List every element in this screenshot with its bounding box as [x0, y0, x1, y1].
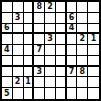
cell-r5c6[interactable]: [56, 45, 67, 56]
cell-r5c8[interactable]: [77, 45, 88, 56]
cell-r2c8[interactable]: [77, 13, 88, 24]
cell-r3c8[interactable]: [77, 24, 88, 35]
cell-r5c3[interactable]: [24, 45, 35, 56]
cell-r6c3[interactable]: [24, 56, 35, 67]
cell-r6c8[interactable]: [77, 56, 88, 67]
cell-r4c1[interactable]: [2, 34, 13, 45]
cell-r4c8[interactable]: 2: [77, 34, 88, 45]
cell-r2c9[interactable]: [88, 13, 99, 24]
sudoku-board: 82366432147378215: [0, 0, 101, 101]
cell-r2c4[interactable]: [34, 13, 45, 24]
cell-r5c1[interactable]: 4: [2, 45, 13, 56]
cell-r3c9[interactable]: [88, 24, 99, 35]
cell-r9c6[interactable]: [56, 88, 67, 99]
cell-r4c3[interactable]: [24, 34, 35, 45]
cell-r9c1[interactable]: 5: [2, 88, 13, 99]
cell-r6c5[interactable]: [45, 56, 56, 67]
cell-r3c1[interactable]: 6: [2, 24, 13, 35]
cell-r2c2[interactable]: 3: [13, 13, 24, 24]
cell-r2c7[interactable]: 6: [67, 13, 78, 24]
cell-r1c4[interactable]: 8: [34, 2, 45, 13]
cell-r7c4[interactable]: 3: [34, 67, 45, 78]
cell-r8c3[interactable]: 1: [24, 77, 35, 88]
cell-r9c5[interactable]: [45, 88, 56, 99]
cell-r1c6[interactable]: [56, 2, 67, 13]
cell-r5c7[interactable]: [67, 45, 78, 56]
cell-r1c5[interactable]: 2: [45, 2, 56, 13]
cell-r4c4[interactable]: [34, 34, 45, 45]
cell-r5c9[interactable]: [88, 45, 99, 56]
cell-r3c7[interactable]: 4: [67, 24, 78, 35]
cell-r2c3[interactable]: [24, 13, 35, 24]
cell-r7c1[interactable]: [2, 67, 13, 78]
cell-r8c8[interactable]: [77, 77, 88, 88]
cell-r6c9[interactable]: [88, 56, 99, 67]
cell-r6c1[interactable]: [2, 56, 13, 67]
cell-r4c2[interactable]: [13, 34, 24, 45]
cell-r8c5[interactable]: [45, 77, 56, 88]
cell-r7c3[interactable]: [24, 67, 35, 78]
cell-r5c4[interactable]: 7: [34, 45, 45, 56]
cell-r7c8[interactable]: 8: [77, 67, 88, 78]
cell-r3c6[interactable]: [56, 24, 67, 35]
cell-r9c3[interactable]: [24, 88, 35, 99]
cell-r9c8[interactable]: [77, 88, 88, 99]
cell-r1c1[interactable]: [2, 2, 13, 13]
cell-r8c6[interactable]: [56, 77, 67, 88]
cell-r7c2[interactable]: [13, 67, 24, 78]
cell-r2c5[interactable]: [45, 13, 56, 24]
cell-r6c6[interactable]: [56, 56, 67, 67]
cell-r7c9[interactable]: [88, 67, 99, 78]
cell-r4c6[interactable]: [56, 34, 67, 45]
cell-r6c4[interactable]: [34, 56, 45, 67]
cell-r6c7[interactable]: [67, 56, 78, 67]
cell-r6c2[interactable]: [13, 56, 24, 67]
cell-r9c7[interactable]: [67, 88, 78, 99]
cell-r5c5[interactable]: [45, 45, 56, 56]
cell-r7c6[interactable]: [56, 67, 67, 78]
cell-r3c2[interactable]: [13, 24, 24, 35]
cell-r4c9[interactable]: 1: [88, 34, 99, 45]
cell-r2c1[interactable]: [2, 13, 13, 24]
cell-r9c9[interactable]: [88, 88, 99, 99]
cell-r8c1[interactable]: [2, 77, 13, 88]
cell-r1c3[interactable]: [24, 2, 35, 13]
cell-r1c7[interactable]: [67, 2, 78, 13]
cell-r3c5[interactable]: [45, 24, 56, 35]
cell-r8c7[interactable]: [67, 77, 78, 88]
cell-r7c7[interactable]: 7: [67, 67, 78, 78]
cell-r4c7[interactable]: [67, 34, 78, 45]
cell-r8c9[interactable]: [88, 77, 99, 88]
cell-r1c2[interactable]: [13, 2, 24, 13]
cell-r8c4[interactable]: [34, 77, 45, 88]
cell-r8c2[interactable]: 2: [13, 77, 24, 88]
cell-r5c2[interactable]: [13, 45, 24, 56]
cell-r4c5[interactable]: 3: [45, 34, 56, 45]
cell-r3c4[interactable]: [34, 24, 45, 35]
cell-r7c5[interactable]: [45, 67, 56, 78]
cell-r3c3[interactable]: [24, 24, 35, 35]
cell-r2c6[interactable]: [56, 13, 67, 24]
cell-r1c8[interactable]: [77, 2, 88, 13]
cell-r1c9[interactable]: [88, 2, 99, 13]
cell-r9c4[interactable]: [34, 88, 45, 99]
cell-r9c2[interactable]: [13, 88, 24, 99]
